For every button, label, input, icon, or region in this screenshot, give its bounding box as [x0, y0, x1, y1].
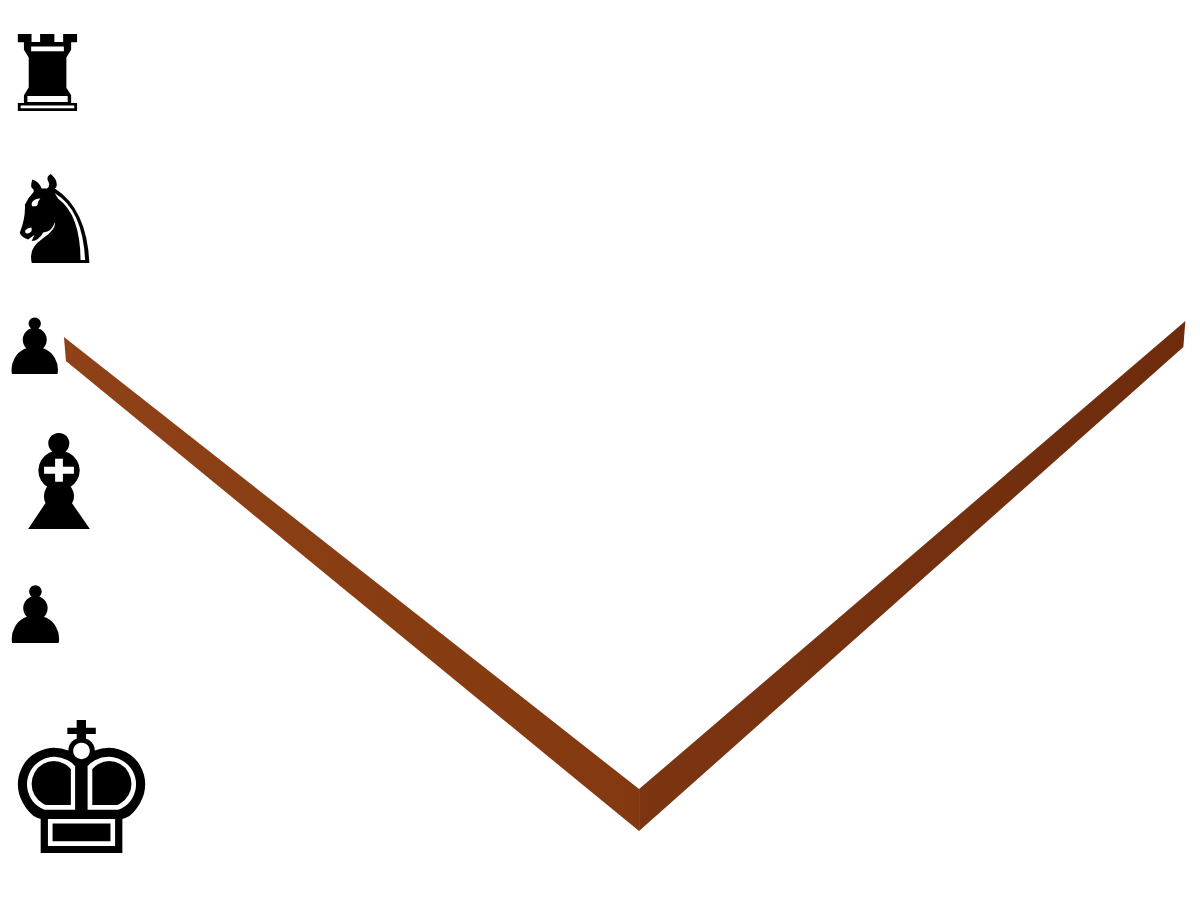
chess-set-photo: ♜♞♟♝♟♚♟♛♟♝♟♞♟♟♜♟♟♜♟♟♞♟♝♟♚♟♛♟♝♟♞♜ — [0, 0, 1200, 900]
